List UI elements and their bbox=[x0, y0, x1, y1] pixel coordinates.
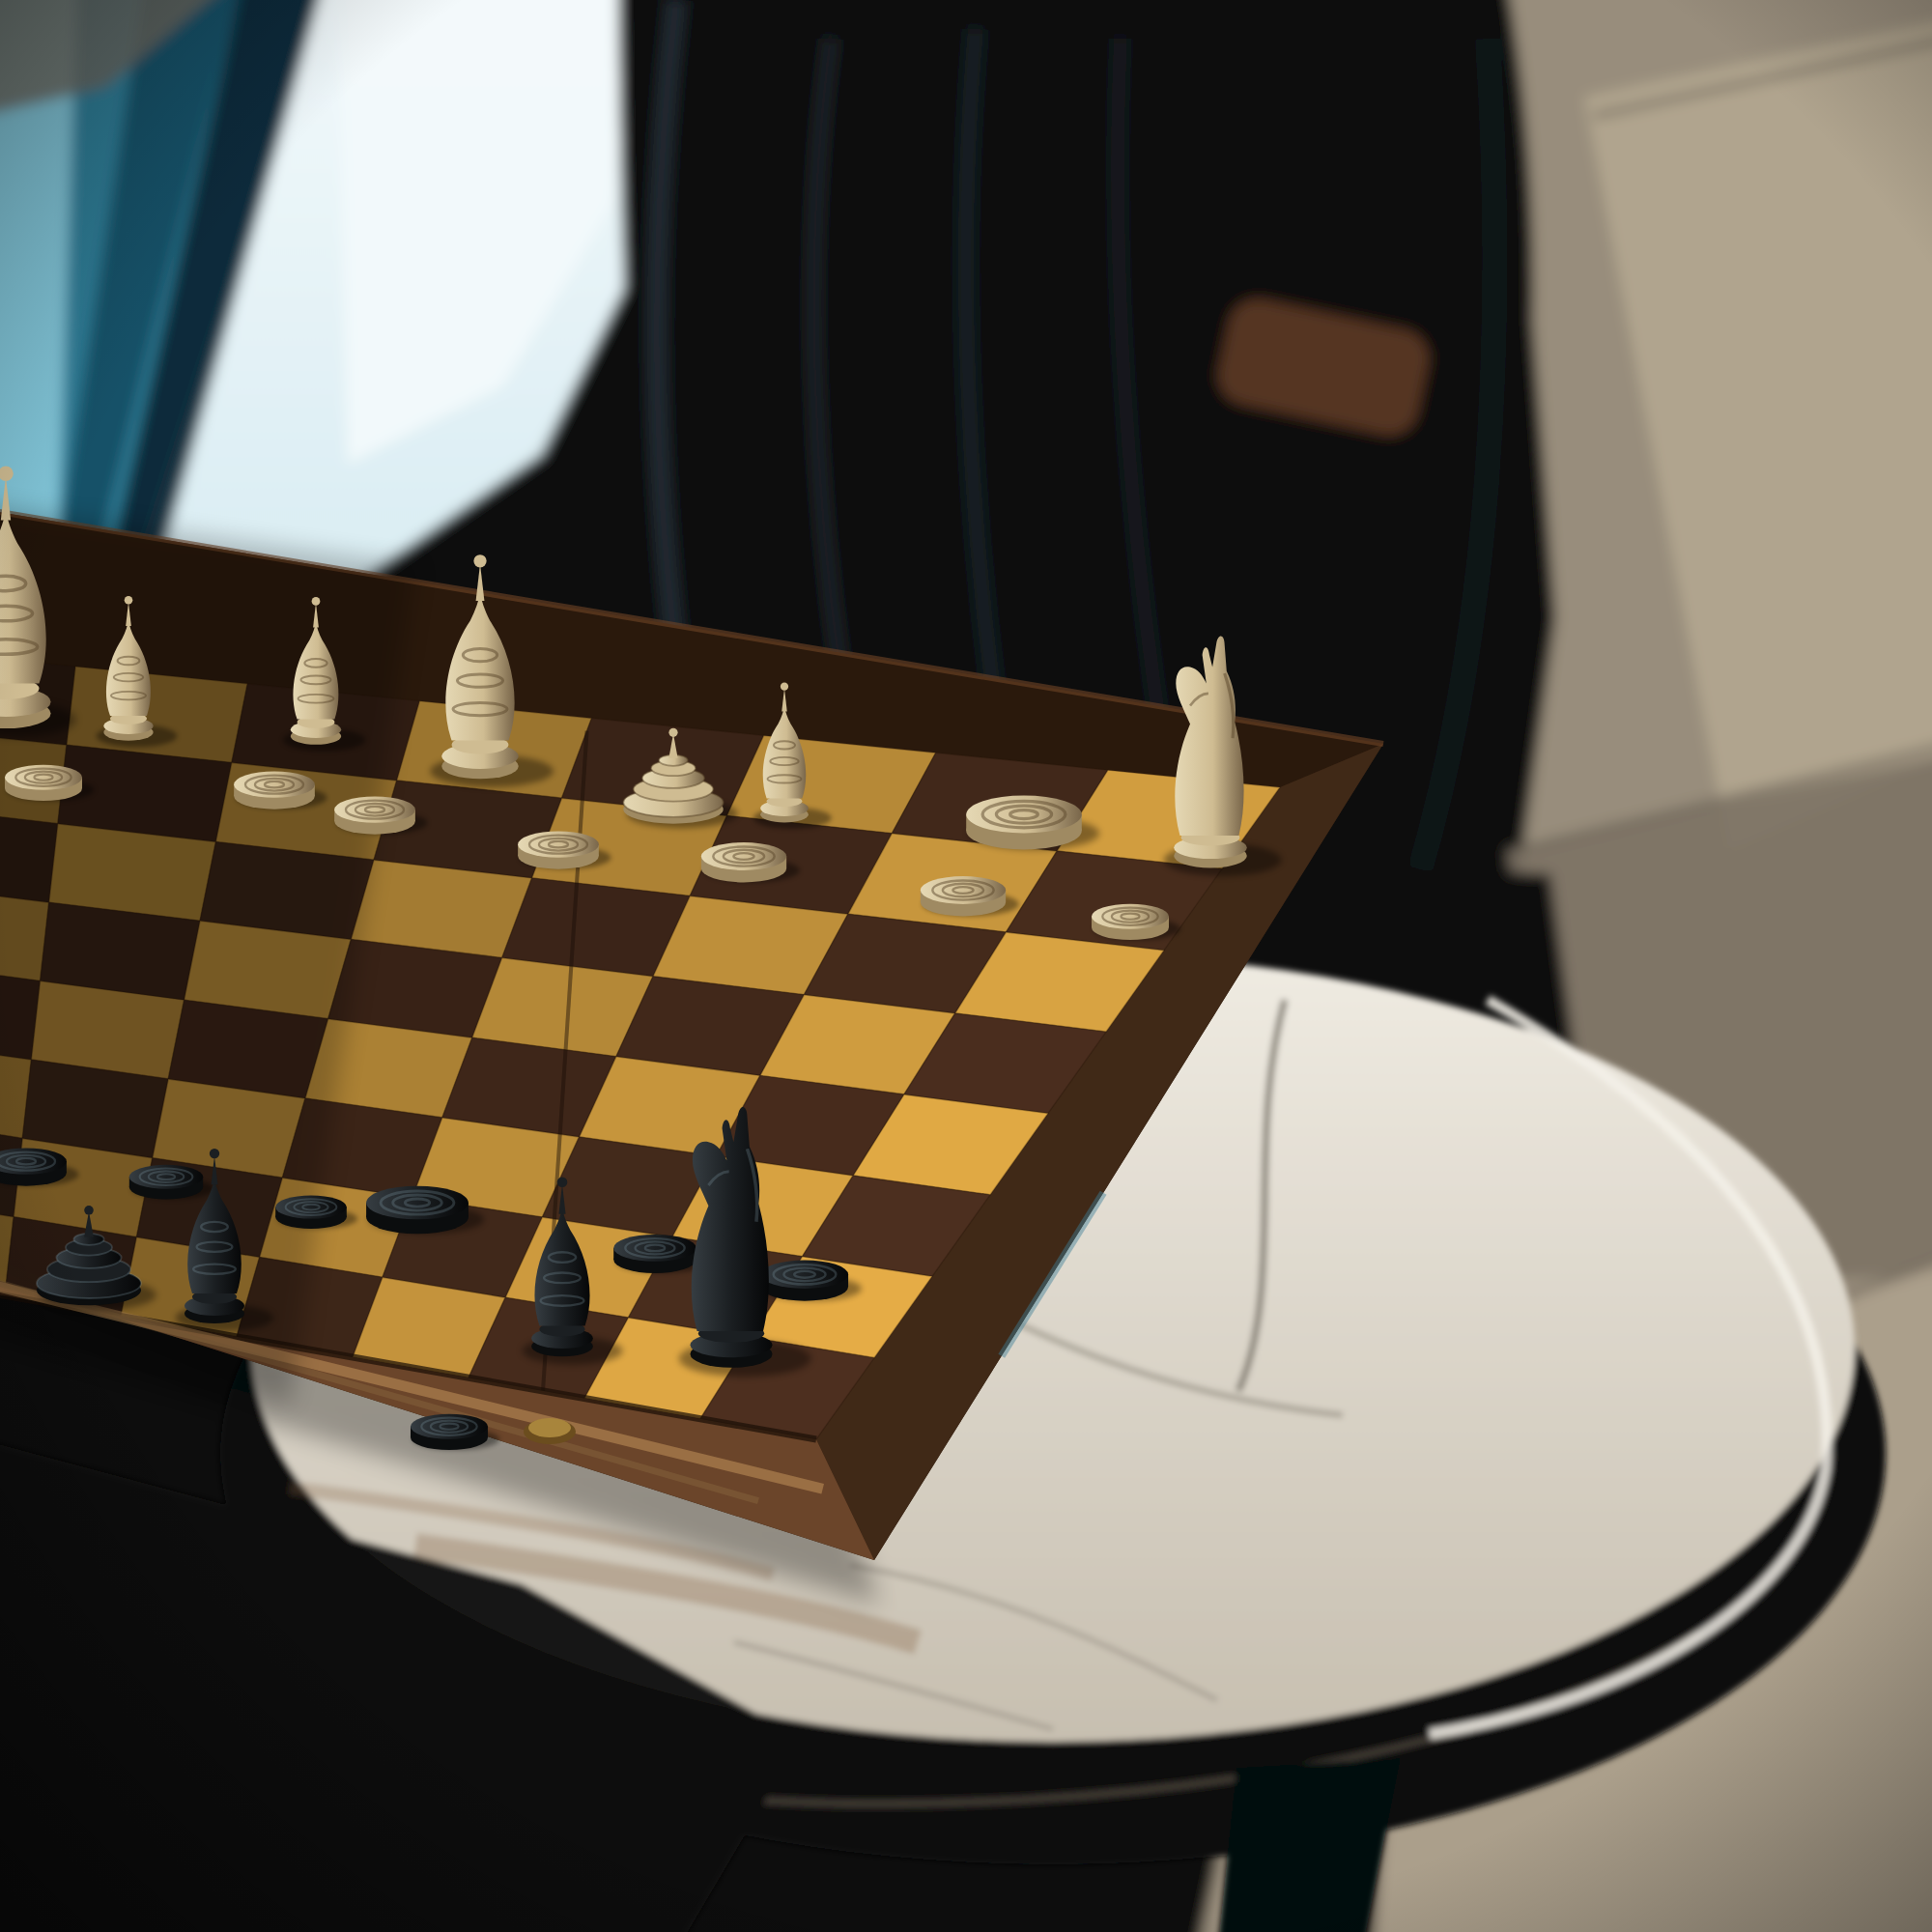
photo-scene: Makruk (Thai chess) set on a folding woo… bbox=[0, 0, 1932, 1932]
board-photo-svg bbox=[0, 0, 1932, 1932]
vignette bbox=[0, 0, 1932, 1932]
